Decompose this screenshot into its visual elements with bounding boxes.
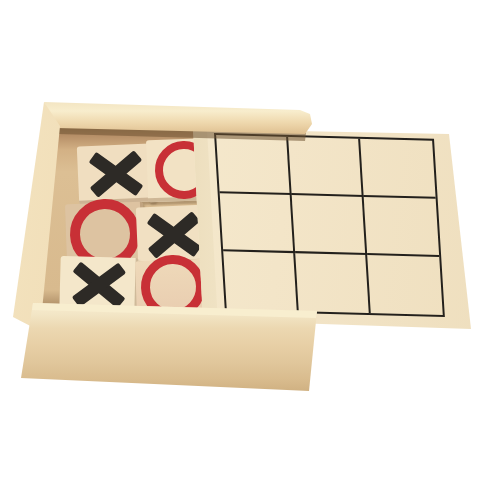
x-symbol: [87, 147, 145, 201]
grid-cell[interactable]: [220, 193, 296, 253]
grid-cell[interactable]: [216, 135, 292, 195]
grid-cell[interactable]: [292, 195, 368, 255]
grid-cell[interactable]: [367, 255, 443, 315]
grid-cell[interactable]: [223, 251, 299, 311]
grid-cell[interactable]: [295, 253, 371, 313]
product-photo: [0, 0, 500, 500]
x-block[interactable]: [77, 143, 155, 204]
grid-area: [214, 133, 441, 313]
grid-cell[interactable]: [360, 139, 436, 199]
tic-tac-toe-grid: [214, 133, 445, 317]
x-symbol: [70, 258, 127, 311]
grid-cell[interactable]: [364, 197, 440, 257]
grid-cell[interactable]: [288, 137, 364, 197]
